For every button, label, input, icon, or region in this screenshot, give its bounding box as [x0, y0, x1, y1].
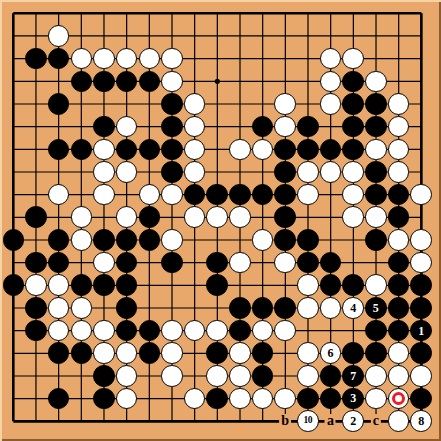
board-point-11-6[interactable]: [229, 115, 252, 138]
white-stone-19-12: [410, 252, 432, 274]
board-point-11-4[interactable]: [229, 70, 252, 93]
board-point-18-3[interactable]: [387, 47, 410, 70]
white-stone-5-16: [93, 342, 115, 364]
board-point-2-18[interactable]: [25, 387, 48, 410]
white-stone-6-6: [116, 116, 138, 138]
black-stone-15-17: [320, 365, 342, 387]
board-point-14-1[interactable]: [297, 2, 320, 25]
board-point-1-3[interactable]: [2, 47, 25, 70]
black-stone-12-6: [252, 116, 274, 138]
board-point-15-19[interactable]: a: [319, 410, 342, 433]
letter-point-c[interactable]: c: [371, 414, 381, 428]
board-point-2-8[interactable]: [25, 161, 48, 184]
white-stone-14-8: [297, 161, 319, 183]
white-stone-12-15: [252, 320, 274, 342]
white-stone-5-15: [93, 320, 115, 342]
black-stone-12-16: [252, 342, 274, 364]
white-stone-15-3: [320, 48, 342, 70]
board-point-12-5[interactable]: [251, 93, 274, 116]
board-point-7-1[interactable]: [138, 2, 161, 25]
black-stone-17-11: [365, 229, 387, 251]
board-point-12-4[interactable]: [251, 70, 274, 93]
black-stone-14-18: [297, 388, 319, 410]
white-stone-8-11: [161, 229, 183, 251]
board-point-10-6[interactable]: [206, 115, 229, 138]
board-point-7-19[interactable]: [138, 410, 161, 433]
white-stone-11-17: [229, 365, 251, 387]
board-point-8-13[interactable]: [161, 274, 184, 297]
board-point-9-3[interactable]: [183, 47, 206, 70]
board-point-9-14[interactable]: [183, 297, 206, 320]
white-stone-8-16: [161, 342, 183, 364]
board-point-7-17[interactable]: [138, 364, 161, 387]
white-stone-13-12: [274, 252, 296, 274]
board-point-3-17[interactable]: [47, 364, 70, 387]
board-point-17-19[interactable]: c: [364, 410, 387, 433]
white-stone-6-18: [116, 388, 138, 410]
go-board: 451673b10a2c8: [0, 0, 441, 441]
board-point-2-2[interactable]: [25, 25, 48, 48]
board-point-2-17[interactable]: [25, 364, 48, 387]
board-point-7-18[interactable]: [138, 387, 161, 410]
board-point-11-11[interactable]: [229, 229, 252, 252]
black-stone-6-13: [116, 274, 138, 296]
black-stone-14-7: [297, 139, 319, 161]
board-point-16-12[interactable]: [342, 251, 365, 274]
board-point-3-8[interactable]: [47, 161, 70, 184]
board-point-10-3[interactable]: [206, 47, 229, 70]
board-point-1-1[interactable]: [2, 2, 25, 25]
letter-point-b[interactable]: b: [279, 414, 291, 428]
white-stone-4-3: [71, 48, 93, 70]
black-stone-5-17: [93, 365, 115, 387]
board-point-14-2[interactable]: [297, 25, 320, 48]
board-point-9-4[interactable]: [183, 70, 206, 93]
board-point-9-17[interactable]: [183, 364, 206, 387]
black-stone-2-10: [25, 206, 47, 228]
white-stone-9-18: [184, 388, 206, 410]
board-point-15-11[interactable]: [319, 229, 342, 252]
board-point-13-1[interactable]: [274, 2, 297, 25]
board-point-4-9[interactable]: [70, 183, 93, 206]
white-stone-18-18: [388, 388, 410, 410]
board-point-19-6[interactable]: [410, 115, 433, 138]
black-stone-13-10: [274, 206, 296, 228]
black-stone-3-11: [48, 229, 70, 251]
black-stone-4-16: [71, 342, 93, 364]
black-stone-2-14: [25, 297, 47, 319]
white-stone-4-10: [71, 206, 93, 228]
black-stone-16-13: [342, 274, 364, 296]
move-10-stone: 10: [297, 410, 319, 432]
black-stone-5-11: [93, 229, 115, 251]
board-point-6-9[interactable]: [115, 183, 138, 206]
red-circle-mark: [392, 392, 406, 406]
board-point-17-2[interactable]: [364, 25, 387, 48]
board-point-9-16[interactable]: [183, 342, 206, 365]
board-point-5-10[interactable]: [93, 206, 116, 229]
board-point-19-1[interactable]: [410, 2, 433, 25]
board-point-9-13[interactable]: [183, 274, 206, 297]
white-stone-6-8: [116, 161, 138, 183]
black-stone-16-6: [342, 116, 364, 138]
black-stone-5-4: [93, 71, 115, 93]
board-point-6-1[interactable]: [115, 2, 138, 25]
board-point-16-15[interactable]: [342, 319, 365, 342]
black-stone-10-12: [206, 252, 228, 274]
board-point-13-17[interactable]: [274, 364, 297, 387]
white-stone-17-10: [365, 206, 387, 228]
board-point-10-19[interactable]: [206, 410, 229, 433]
black-stone-18-13: [388, 274, 410, 296]
board-point-7-2[interactable]: [138, 25, 161, 48]
white-stone-15-14: [320, 297, 342, 319]
white-stone-16-9: [342, 184, 364, 206]
board-point-6-19[interactable]: [115, 410, 138, 433]
black-stone-13-8: [274, 161, 296, 183]
black-stone-16-5: [342, 93, 364, 115]
board-point-10-14[interactable]: [206, 297, 229, 320]
black-stone-7-15: [139, 320, 161, 342]
white-stone-17-4: [365, 71, 387, 93]
board-point-2-16[interactable]: [25, 342, 48, 365]
white-stone-18-5: [388, 93, 410, 115]
board-point-14-5[interactable]: [297, 93, 320, 116]
black-stone-5-13: [93, 274, 115, 296]
board-point-14-4[interactable]: [297, 70, 320, 93]
board-point-1-6[interactable]: [2, 115, 25, 138]
white-stone-8-15: [161, 320, 183, 342]
board-point-19-7[interactable]: [410, 138, 433, 161]
board-point-17-3[interactable]: [364, 47, 387, 70]
board-point-14-3[interactable]: [297, 47, 320, 70]
board-point-3-4[interactable]: [47, 70, 70, 93]
white-stone-11-18: [229, 388, 251, 410]
white-stone-3-13: [48, 274, 70, 296]
board-point-13-4[interactable]: [274, 70, 297, 93]
board-point-12-10[interactable]: [251, 206, 274, 229]
board-point-10-5[interactable]: [206, 93, 229, 116]
black-stone-9-9: [184, 184, 206, 206]
board-point-4-5[interactable]: [70, 93, 93, 116]
white-stone-13-5: [274, 93, 296, 115]
board-point-19-8[interactable]: [410, 161, 433, 184]
board-point-3-19[interactable]: [47, 410, 70, 433]
board-point-2-11[interactable]: [25, 229, 48, 252]
white-stone-7-9: [139, 184, 161, 206]
board-point-13-3[interactable]: [274, 47, 297, 70]
board-point-6-2[interactable]: [115, 25, 138, 48]
board-point-8-18[interactable]: [161, 387, 184, 410]
white-stone-18-6: [388, 116, 410, 138]
black-stone-3-3: [48, 48, 70, 70]
board-point-12-1[interactable]: [251, 2, 274, 25]
board-point-16-11[interactable]: [342, 229, 365, 252]
board-point-1-2[interactable]: [2, 25, 25, 48]
board-point-12-13[interactable]: [251, 274, 274, 297]
board-point-11-5[interactable]: [229, 93, 252, 116]
black-stone-19-16: [410, 342, 432, 364]
board-point-5-19[interactable]: [93, 410, 116, 433]
white-stone-19-11: [410, 229, 432, 251]
white-stone-18-8: [388, 161, 410, 183]
board-point-2-19[interactable]: [25, 410, 48, 433]
board-point-4-19[interactable]: [70, 410, 93, 433]
board-point-8-19[interactable]: [161, 410, 184, 433]
white-stone-14-14: [297, 297, 319, 319]
black-stone-10-13: [206, 274, 228, 296]
black-stone-6-12: [116, 252, 138, 274]
board-point-7-14[interactable]: [138, 297, 161, 320]
white-stone-13-18: [274, 388, 296, 410]
board-point-10-4[interactable]: [206, 70, 229, 93]
board-point-17-12[interactable]: [364, 251, 387, 274]
board-point-15-15[interactable]: [319, 319, 342, 342]
board-point-11-13[interactable]: [229, 274, 252, 297]
white-stone-18-19: [388, 410, 410, 432]
black-stone-5-6: [93, 116, 115, 138]
move-4-stone: 4: [342, 297, 364, 319]
board-point-10-2[interactable]: [206, 25, 229, 48]
white-stone-19-9: [410, 184, 432, 206]
board-point-5-5[interactable]: [93, 93, 116, 116]
white-stone-14-17: [297, 365, 319, 387]
white-stone-17-17: [365, 365, 387, 387]
board-point-8-1[interactable]: [161, 2, 184, 25]
black-stone-19-18: [410, 388, 432, 410]
white-stone-16-3: [342, 48, 364, 70]
board-point-11-1[interactable]: [229, 2, 252, 25]
white-stone-5-9: [93, 184, 115, 206]
board-point-6-5[interactable]: [115, 93, 138, 116]
white-stone-3-15: [48, 320, 70, 342]
board-point-19-5[interactable]: [410, 93, 433, 116]
board-point-11-3[interactable]: [229, 47, 252, 70]
board-point-17-1[interactable]: [364, 2, 387, 25]
black-stone-17-6: [365, 116, 387, 138]
board-point-5-2[interactable]: [93, 25, 116, 48]
letter-point-a[interactable]: a: [325, 414, 336, 428]
white-stone-16-10: [342, 206, 364, 228]
board-point-4-2[interactable]: [70, 25, 93, 48]
board-point-16-1[interactable]: [342, 2, 365, 25]
board-point-1-19[interactable]: [2, 410, 25, 433]
board-point-12-8[interactable]: [251, 161, 274, 184]
white-stone-14-9: [297, 184, 319, 206]
black-stone-7-7: [139, 139, 161, 161]
board-point-11-8[interactable]: [229, 161, 252, 184]
board-point-9-12[interactable]: [183, 251, 206, 274]
white-stone-9-10: [184, 206, 206, 228]
white-stone-15-4: [320, 71, 342, 93]
white-stone-10-15: [206, 320, 228, 342]
board-point-18-1[interactable]: [387, 2, 410, 25]
board-point-3-1[interactable]: [47, 2, 70, 25]
board-point-15-9[interactable]: [319, 183, 342, 206]
black-stone-13-11: [274, 229, 296, 251]
black-stone-14-12: [297, 252, 319, 274]
board-point-4-1[interactable]: [70, 2, 93, 25]
white-stone-11-16: [229, 342, 251, 364]
black-stone-19-13: [410, 274, 432, 296]
black-stone-5-18: [93, 388, 115, 410]
black-stone-18-12: [388, 252, 410, 274]
black-stone-19-14: [410, 297, 432, 319]
board-point-18-2[interactable]: [387, 25, 410, 48]
board-point-11-19[interactable]: [229, 410, 252, 433]
board-point-1-17[interactable]: [2, 364, 25, 387]
board-point-4-18[interactable]: [70, 387, 93, 410]
black-stone-10-18: [206, 388, 228, 410]
black-stone-2-12: [25, 252, 47, 274]
black-stone-18-15: [388, 320, 410, 342]
white-stone-18-16: [388, 342, 410, 364]
board-point-19-2[interactable]: [410, 25, 433, 48]
board-point-7-13[interactable]: [138, 274, 161, 297]
black-stone-16-4: [342, 71, 364, 93]
black-stone-11-9: [229, 184, 251, 206]
white-stone-11-10: [229, 206, 251, 228]
black-stone-6-7: [116, 139, 138, 161]
white-stone-9-8: [184, 161, 206, 183]
black-stone-11-15: [229, 320, 251, 342]
board-point-15-10[interactable]: [319, 206, 342, 229]
board-point-2-6[interactable]: [25, 115, 48, 138]
black-stone-3-5: [48, 93, 70, 115]
board-point-10-7[interactable]: [206, 138, 229, 161]
white-stone-8-9: [161, 184, 183, 206]
board-point-1-8[interactable]: [2, 161, 25, 184]
black-stone-7-10: [139, 206, 161, 228]
board-point-15-1[interactable]: [319, 2, 342, 25]
white-stone-17-18: [365, 388, 387, 410]
board-point-1-12[interactable]: [2, 251, 25, 274]
board-point-1-16[interactable]: [2, 342, 25, 365]
white-stone-7-3: [139, 48, 161, 70]
board-point-5-1[interactable]: [93, 2, 116, 25]
board-point-8-2[interactable]: [161, 25, 184, 48]
board-point-5-14[interactable]: [93, 297, 116, 320]
black-stone-17-8: [365, 161, 387, 183]
black-stone-17-16: [365, 342, 387, 364]
white-stone-10-17: [206, 365, 228, 387]
board-point-12-12[interactable]: [251, 251, 274, 274]
black-stone-10-9: [206, 184, 228, 206]
white-stone-6-16: [116, 342, 138, 364]
board-point-13-13[interactable]: [274, 274, 297, 297]
white-stone-4-11: [71, 229, 93, 251]
board-point-1-4[interactable]: [2, 70, 25, 93]
white-stone-17-13: [365, 274, 387, 296]
board-point-10-8[interactable]: [206, 161, 229, 184]
board-point-12-3[interactable]: [251, 47, 274, 70]
board-point-1-14[interactable]: [2, 297, 25, 320]
board-point-1-15[interactable]: [2, 319, 25, 342]
move-3-stone: 3: [342, 388, 364, 410]
black-stone-10-16: [206, 342, 228, 364]
board-point-9-1[interactable]: [183, 2, 206, 25]
board-point-11-2[interactable]: [229, 25, 252, 48]
board-point-4-12[interactable]: [70, 251, 93, 274]
board-point-7-5[interactable]: [138, 93, 161, 116]
black-stone-15-7: [320, 139, 342, 161]
board-point-19-10[interactable]: [410, 206, 433, 229]
board-point-1-7[interactable]: [2, 138, 25, 161]
black-stone-13-7: [274, 139, 296, 161]
board-point-16-2[interactable]: [342, 25, 365, 48]
board-point-12-19[interactable]: [251, 410, 274, 433]
board-point-2-7[interactable]: [25, 138, 48, 161]
board-point-9-19[interactable]: [183, 410, 206, 433]
board-point-4-6[interactable]: [70, 115, 93, 138]
board-point-13-19[interactable]: b: [274, 410, 297, 433]
board-point-4-8[interactable]: [70, 161, 93, 184]
black-stone-2-15: [25, 320, 47, 342]
board-point-7-6[interactable]: [138, 115, 161, 138]
board-point-9-11[interactable]: [183, 229, 206, 252]
board-point-2-9[interactable]: [25, 183, 48, 206]
board-point-18-4[interactable]: [387, 70, 410, 93]
black-stone-14-11: [297, 229, 319, 251]
board-point-2-1[interactable]: [25, 2, 48, 25]
white-stone-13-6: [274, 116, 296, 138]
board-point-4-17[interactable]: [70, 364, 93, 387]
board-point-8-14[interactable]: [161, 297, 184, 320]
board-point-1-10[interactable]: [2, 206, 25, 229]
board-point-7-8[interactable]: [138, 161, 161, 184]
black-stone-18-10: [388, 206, 410, 228]
board-point-15-6[interactable]: [319, 115, 342, 138]
board-point-14-10[interactable]: [297, 206, 320, 229]
board-point-1-18[interactable]: [2, 387, 25, 410]
white-stone-8-17: [161, 365, 183, 387]
black-stone-8-6: [161, 116, 183, 138]
white-stone-10-10: [206, 206, 228, 228]
white-stone-18-17: [388, 365, 410, 387]
board-point-2-5[interactable]: [25, 93, 48, 116]
board-point-2-4[interactable]: [25, 70, 48, 93]
white-stone-12-7: [252, 139, 274, 161]
board-point-13-2[interactable]: [274, 25, 297, 48]
board-point-19-3[interactable]: [410, 47, 433, 70]
board-point-1-5[interactable]: [2, 93, 25, 116]
black-stone-8-12: [161, 252, 183, 274]
board-point-1-9[interactable]: [2, 183, 25, 206]
board-point-13-16[interactable]: [274, 342, 297, 365]
board-point-8-10[interactable]: [161, 206, 184, 229]
move-8-stone: 8: [410, 410, 432, 432]
board-point-9-2[interactable]: [183, 25, 206, 48]
white-stone-3-9: [48, 184, 70, 206]
black-stone-1-13: [3, 274, 25, 296]
board-point-12-2[interactable]: [251, 25, 274, 48]
board-point-19-4[interactable]: [410, 70, 433, 93]
board-point-3-10[interactable]: [47, 206, 70, 229]
board-point-14-15[interactable]: [297, 319, 320, 342]
black-stone-8-8: [161, 161, 183, 183]
board-point-10-1[interactable]: [206, 2, 229, 25]
board-point-7-12[interactable]: [138, 251, 161, 274]
move-7-stone: 7: [342, 365, 364, 387]
black-stone-2-3: [25, 48, 47, 70]
white-stone-16-8: [342, 161, 364, 183]
board-point-10-11[interactable]: [206, 229, 229, 252]
white-stone-9-7: [184, 139, 206, 161]
white-stone-18-7: [388, 139, 410, 161]
board-point-3-6[interactable]: [47, 115, 70, 138]
board-point-15-2[interactable]: [319, 25, 342, 48]
move-2-stone: 2: [342, 410, 364, 432]
